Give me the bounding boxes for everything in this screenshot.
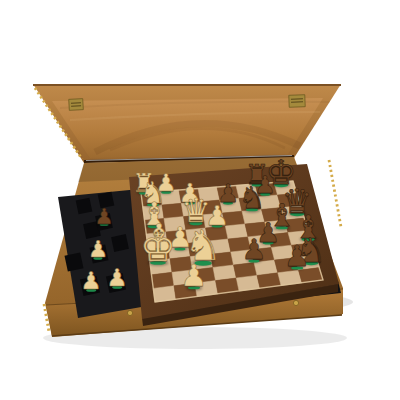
square-c7 [181,202,203,217]
square-a8 [141,192,162,207]
square-d6 [203,213,225,228]
square-a5 [146,232,168,248]
chess-case-photo: ♜♟♞♟♝♛♟♝♟♚♞♟♜♟♚♟♞♛♝♝♟♟♟♞♟♟♟♟ [0,0,400,400]
square-d7 [201,200,223,215]
square-b7 [162,203,184,218]
foam-hole-5 [111,234,129,252]
square-c5 [186,228,208,243]
foam-hole-1 [76,198,93,215]
foam-hole-8 [80,276,100,296]
brass-screw-right [293,300,298,305]
square-e4 [228,237,251,252]
square-c8 [179,189,201,204]
square-c6 [184,215,206,230]
square-e3 [231,250,254,265]
square-e5 [225,224,248,239]
square-g6 [262,208,285,223]
square-b4 [168,243,190,258]
square-d5 [206,226,229,241]
square-e7 [220,198,242,213]
foam-hole-9 [106,273,126,293]
case-lid [33,84,341,163]
square-c3 [190,254,213,270]
square-a3 [150,259,172,275]
chain-right-icon [329,160,341,227]
square-f6 [242,209,265,224]
square-a7 [143,205,164,220]
square-g7 [258,195,281,209]
square-d4 [208,239,231,254]
square-f5 [245,222,268,237]
brass-plaque-left [69,99,84,111]
square-b6 [164,217,186,232]
square-f8 [236,184,258,198]
square-c4 [188,241,211,257]
brass-screw-left [127,310,132,315]
square-e6 [223,211,246,226]
square-f7 [239,197,262,212]
square-d3 [211,252,234,267]
square-a6 [145,218,167,234]
scene-graphic [0,0,400,400]
square-g8 [255,183,278,197]
square-b3 [170,257,193,273]
foam-hole-6 [90,245,109,264]
square-b5 [166,230,188,246]
brass-plaque-right [289,95,305,108]
foam-hole-7 [65,253,84,272]
foam-hole-2 [98,192,115,209]
square-f4 [248,235,271,250]
square-e8 [217,186,239,201]
square-d8 [198,187,220,202]
square-g5 [265,220,288,235]
square-g4 [268,233,292,248]
square-b8 [160,190,181,205]
foam-hole-4 [95,213,113,231]
square-a4 [148,245,170,261]
